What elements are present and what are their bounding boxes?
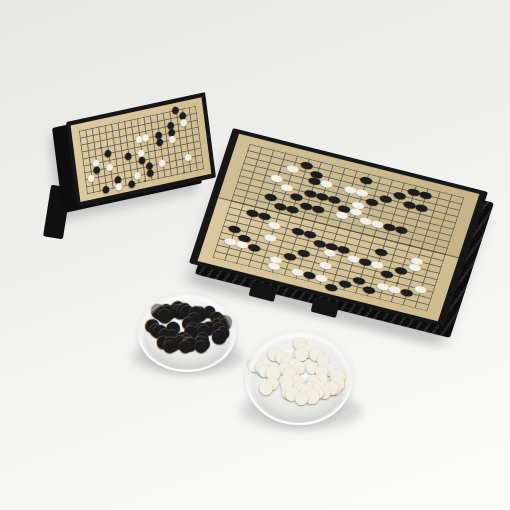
main-go-board: ●●●●●●●●●●●●●●●●●●●●●●●●●●●●●●●●●●●●●●●●… — [189, 128, 488, 327]
board-intersection — [199, 164, 206, 172]
black-stones-bowl: ●●●●●●●●●●●●●●●●●●●●●●●●●●●●●●●●●●●●●●●●… — [138, 294, 236, 372]
white-bowl-stone: ● — [294, 389, 309, 406]
board-stones-layer: ●●●●●●●●●●●●●●●●●●●●●●●●●●● — [75, 101, 207, 197]
black-bowl-stone: ● — [211, 327, 227, 346]
white-stones-bowl: ●●●●●●●●●●●●●●●●●●●●●●●●●●●●●●●●●●●●●●●●… — [245, 331, 353, 425]
white-bowl-stone: ● — [258, 379, 273, 397]
black-bowl-stone: ● — [163, 339, 177, 355]
go-set-product-photo: ●●●●●●●●●●●●●●●●●●●●●●●●●●● ●●●●●●●●●●●●… — [0, 0, 510, 510]
black-bowl-stone: ● — [178, 339, 192, 355]
black-bowl-stone: ● — [194, 339, 208, 355]
